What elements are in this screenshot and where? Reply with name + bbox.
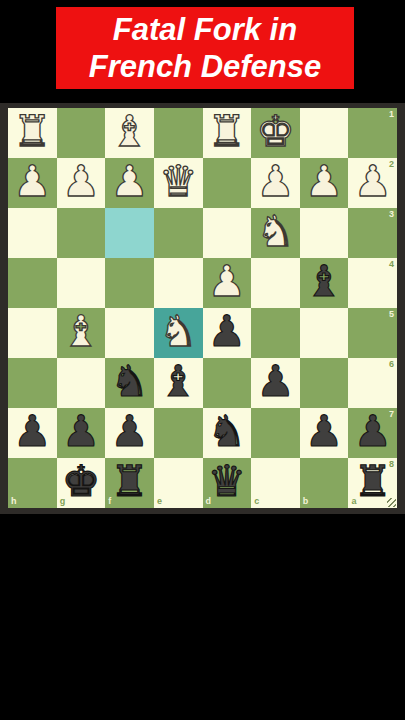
piece-black-king: ♚: [62, 460, 101, 503]
square-d6[interactable]: [203, 358, 252, 408]
square-b8[interactable]: b: [300, 458, 349, 508]
square-g7[interactable]: ♟: [57, 408, 106, 458]
square-g2[interactable]: ♟: [57, 158, 106, 208]
square-e6[interactable]: ♝: [154, 358, 203, 408]
rank-label-1: 1: [389, 110, 394, 119]
square-c8[interactable]: c: [251, 458, 300, 508]
piece-black-bishop: ♝: [305, 260, 344, 303]
square-g1[interactable]: [57, 108, 106, 158]
square-a5[interactable]: 5: [348, 308, 397, 358]
rank-label-4: 4: [389, 260, 394, 269]
square-g4[interactable]: [57, 258, 106, 308]
square-d7[interactable]: ♞: [203, 408, 252, 458]
square-c3[interactable]: ♞: [251, 208, 300, 258]
piece-black-pawn: ♟: [256, 360, 295, 403]
square-f1[interactable]: ♝: [105, 108, 154, 158]
file-label-b: b: [303, 497, 309, 506]
piece-white-pawn: ♟: [256, 160, 295, 203]
square-g8[interactable]: ♚g: [57, 458, 106, 508]
square-c5[interactable]: [251, 308, 300, 358]
square-g5[interactable]: ♝: [57, 308, 106, 358]
rank-label-8: 8: [389, 460, 394, 469]
piece-white-pawn: ♟: [62, 160, 101, 203]
piece-white-queen: ♛: [159, 160, 198, 203]
piece-black-bishop: ♝: [159, 360, 198, 403]
piece-black-knight: ♞: [110, 360, 149, 403]
square-d8[interactable]: ♛d: [203, 458, 252, 508]
square-g6[interactable]: [57, 358, 106, 408]
file-label-f: f: [108, 497, 111, 506]
chess-board: ♜♝♜♚1♟♟♟♛♟♟♟2♞3♟♝4♝♞♟5♞♝♟6♟♟♟♞♟♟7h♚g♜fe♛…: [8, 108, 397, 508]
file-label-d: d: [206, 497, 212, 506]
square-b2[interactable]: ♟: [300, 158, 349, 208]
title-line-1: Fatal Fork in: [113, 11, 297, 48]
piece-black-pawn: ♟: [305, 410, 344, 453]
rank-label-5: 5: [389, 310, 394, 319]
square-h4[interactable]: [8, 258, 57, 308]
piece-black-queen: ♛: [208, 460, 247, 503]
square-e3[interactable]: [154, 208, 203, 258]
square-b5[interactable]: [300, 308, 349, 358]
board-resize-handle-icon[interactable]: [387, 498, 396, 507]
piece-white-pawn: ♟: [208, 260, 247, 303]
square-a3[interactable]: 3: [348, 208, 397, 258]
square-d1[interactable]: ♜: [203, 108, 252, 158]
piece-white-knight: ♞: [256, 210, 295, 253]
piece-white-pawn: ♟: [353, 160, 392, 203]
square-c1[interactable]: ♚: [251, 108, 300, 158]
square-f7[interactable]: ♟: [105, 408, 154, 458]
square-b6[interactable]: [300, 358, 349, 408]
square-b1[interactable]: [300, 108, 349, 158]
piece-black-rook: ♜: [110, 460, 149, 503]
square-f8[interactable]: ♜f: [105, 458, 154, 508]
file-label-e: e: [157, 497, 162, 506]
square-c7[interactable]: [251, 408, 300, 458]
square-h5[interactable]: [8, 308, 57, 358]
board-frame: ♜♝♜♚1♟♟♟♛♟♟♟2♞3♟♝4♝♞♟5♞♝♟6♟♟♟♞♟♟7h♚g♜fe♛…: [0, 103, 405, 514]
square-e7[interactable]: [154, 408, 203, 458]
piece-black-pawn: ♟: [353, 410, 392, 453]
square-e2[interactable]: ♛: [154, 158, 203, 208]
square-a7[interactable]: ♟7: [348, 408, 397, 458]
piece-black-pawn: ♟: [208, 310, 247, 353]
square-h1[interactable]: ♜: [8, 108, 57, 158]
square-d4[interactable]: ♟: [203, 258, 252, 308]
title-banner: Fatal Fork in French Defense: [56, 7, 354, 89]
piece-black-pawn: ♟: [110, 410, 149, 453]
file-label-h: h: [11, 497, 17, 506]
square-h8[interactable]: h: [8, 458, 57, 508]
square-h3[interactable]: [8, 208, 57, 258]
file-label-g: g: [60, 497, 66, 506]
square-e8[interactable]: e: [154, 458, 203, 508]
square-f6[interactable]: ♞: [105, 358, 154, 408]
square-a1[interactable]: 1: [348, 108, 397, 158]
piece-white-king: ♚: [256, 110, 295, 153]
square-e1[interactable]: [154, 108, 203, 158]
piece-white-bishop: ♝: [110, 110, 149, 153]
square-f3[interactable]: [105, 208, 154, 258]
rank-label-7: 7: [389, 410, 394, 419]
piece-black-pawn: ♟: [13, 410, 52, 453]
square-f2[interactable]: ♟: [105, 158, 154, 208]
rank-label-6: 6: [389, 360, 394, 369]
piece-white-rook: ♜: [208, 110, 247, 153]
piece-black-knight: ♞: [208, 410, 247, 453]
piece-white-pawn: ♟: [110, 160, 149, 203]
piece-white-bishop: ♝: [62, 310, 101, 353]
square-a4[interactable]: 4: [348, 258, 397, 308]
square-c4[interactable]: [251, 258, 300, 308]
file-label-a: a: [351, 497, 356, 506]
square-d2[interactable]: [203, 158, 252, 208]
square-a2[interactable]: ♟2: [348, 158, 397, 208]
square-h7[interactable]: ♟: [8, 408, 57, 458]
piece-white-knight: ♞: [159, 310, 198, 353]
rank-label-3: 3: [389, 210, 394, 219]
square-b7[interactable]: ♟: [300, 408, 349, 458]
piece-black-pawn: ♟: [62, 410, 101, 453]
square-f4[interactable]: [105, 258, 154, 308]
square-d5[interactable]: ♟: [203, 308, 252, 358]
square-a8[interactable]: ♜8a: [348, 458, 397, 508]
title-line-2: French Defense: [89, 48, 322, 85]
square-c2[interactable]: ♟: [251, 158, 300, 208]
square-h6[interactable]: [8, 358, 57, 408]
square-b4[interactable]: ♝: [300, 258, 349, 308]
rank-label-2: 2: [389, 160, 394, 169]
square-e4[interactable]: [154, 258, 203, 308]
piece-white-pawn: ♟: [305, 160, 344, 203]
piece-black-rook: ♜: [353, 460, 392, 503]
square-h2[interactable]: ♟: [8, 158, 57, 208]
piece-white-pawn: ♟: [13, 160, 52, 203]
square-c6[interactable]: ♟: [251, 358, 300, 408]
square-a6[interactable]: 6: [348, 358, 397, 408]
square-d3[interactable]: [203, 208, 252, 258]
square-e5[interactable]: ♞: [154, 308, 203, 358]
piece-white-rook: ♜: [13, 110, 52, 153]
square-g3[interactable]: [57, 208, 106, 258]
square-b3[interactable]: [300, 208, 349, 258]
file-label-c: c: [254, 497, 259, 506]
square-f5[interactable]: [105, 308, 154, 358]
